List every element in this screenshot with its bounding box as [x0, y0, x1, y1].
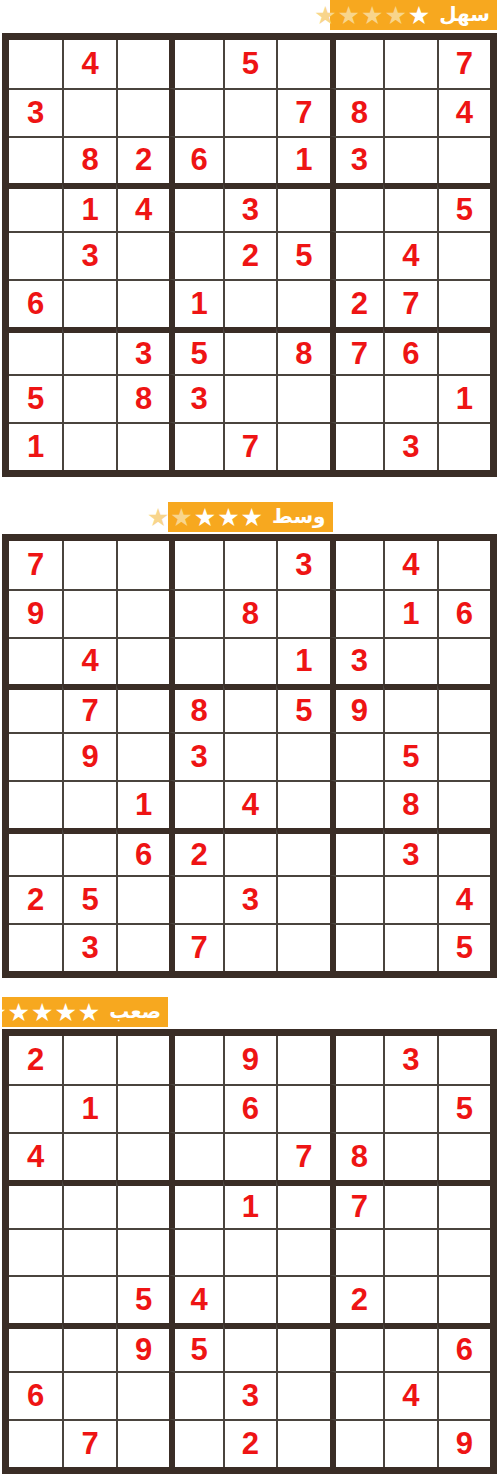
cell-r4c9[interactable]	[437, 1180, 490, 1228]
cell-r2c2[interactable]: 1	[62, 1084, 115, 1132]
cell-r1c4[interactable]	[169, 40, 222, 88]
cell-r4c9[interactable]: 5	[437, 183, 490, 231]
cell-r5c3[interactable]	[116, 1228, 169, 1276]
cell-r1c8[interactable]	[383, 40, 436, 88]
cell-r7c7[interactable]	[330, 828, 383, 876]
cell-r9c3[interactable]	[116, 923, 169, 971]
empty-star-icons: ★★	[147, 503, 194, 532]
cell-r8c6[interactable]	[276, 875, 329, 923]
cell-r8c9[interactable]	[437, 1371, 490, 1419]
cell-r5c4[interactable]	[169, 1228, 222, 1276]
cell-r6c1[interactable]: 6	[9, 279, 62, 327]
cell-r6c9[interactable]	[437, 279, 490, 327]
cell-r7c1[interactable]	[9, 828, 62, 876]
cell-r3c7[interactable]: 8	[330, 1132, 383, 1180]
cell-r8c8[interactable]	[383, 875, 436, 923]
sudoku-grid-hard: 29316547817542956634729	[2, 1029, 497, 1474]
cell-r7c7[interactable]: 7	[330, 327, 383, 375]
cell-r9c2[interactable]: 7	[62, 1419, 115, 1467]
difficulty-label-hard: صعب	[109, 1001, 161, 1024]
cell-r3c7[interactable]: 3	[330, 136, 383, 184]
cell-r8c3[interactable]: 8	[116, 374, 169, 422]
cell-r6c8[interactable]: 7	[383, 279, 436, 327]
cell-r5c8[interactable]: 4	[383, 231, 436, 279]
cell-r7c4[interactable]: 5	[169, 1323, 222, 1371]
cell-r2c1[interactable]: 3	[9, 88, 62, 136]
difficulty-stars: ★★★★★	[314, 3, 431, 28]
difficulty-label-easy: سهل	[439, 4, 490, 27]
cell-r4c6[interactable]	[276, 1180, 329, 1228]
cell-r4c3[interactable]	[116, 684, 169, 732]
cell-r7c2[interactable]	[62, 327, 115, 375]
cell-r2c1[interactable]: 9	[9, 589, 62, 637]
cell-r6c8[interactable]: 8	[383, 780, 436, 828]
cell-r2c3[interactable]	[116, 88, 169, 136]
cell-r9c9[interactable]: 9	[437, 1419, 490, 1467]
cell-r2c6[interactable]	[276, 589, 329, 637]
cell-r1c3[interactable]	[116, 541, 169, 589]
cell-r5c3[interactable]	[116, 231, 169, 279]
cell-r6c1[interactable]	[9, 1275, 62, 1323]
cell-r2c3[interactable]	[116, 589, 169, 637]
cell-r4c4[interactable]	[169, 183, 222, 231]
empty-star-icons: ★★★★	[314, 1, 408, 30]
cell-r8c4[interactable]	[169, 875, 222, 923]
cell-r5c6[interactable]	[276, 732, 329, 780]
cell-r2c4[interactable]	[169, 88, 222, 136]
cell-r6c2[interactable]	[62, 1275, 115, 1323]
cell-r3c5[interactable]	[223, 136, 276, 184]
cell-r8c3[interactable]	[116, 875, 169, 923]
cell-r6c9[interactable]	[437, 780, 490, 828]
cell-r1c4[interactable]	[169, 541, 222, 589]
cell-r1c5[interactable]	[223, 541, 276, 589]
cell-r7c3[interactable]: 9	[116, 1323, 169, 1371]
cell-r8c9[interactable]: 1	[437, 374, 490, 422]
cell-r8c5[interactable]: 3	[223, 1371, 276, 1419]
cell-r9c4[interactable]	[169, 422, 222, 470]
cell-r8c1[interactable]: 6	[9, 1371, 62, 1419]
cell-r9c3[interactable]	[116, 1419, 169, 1467]
cell-r3c1[interactable]	[9, 136, 62, 184]
cell-r4c7[interactable]: 7	[330, 1180, 383, 1228]
cell-r3c9[interactable]	[437, 1132, 490, 1180]
cell-r2c7[interactable]	[330, 1084, 383, 1132]
cell-r6c4[interactable]: 1	[169, 279, 222, 327]
cell-r4c2[interactable]: 1	[62, 183, 115, 231]
cell-r4c9[interactable]	[437, 684, 490, 732]
cell-r4c1[interactable]	[9, 183, 62, 231]
cell-r9c5[interactable]: 2	[223, 1419, 276, 1467]
cell-r2c8[interactable]: 1	[383, 589, 436, 637]
cell-r6c3[interactable]	[116, 279, 169, 327]
cell-r7c2[interactable]	[62, 828, 115, 876]
cell-r2c5[interactable]: 6	[223, 1084, 276, 1132]
cell-r6c7[interactable]: 2	[330, 1275, 383, 1323]
cell-r3c2[interactable]	[62, 1132, 115, 1180]
cell-r9c8[interactable]	[383, 1419, 436, 1467]
cell-r1c6[interactable]: 3	[276, 541, 329, 589]
cell-r2c7[interactable]: 8	[330, 88, 383, 136]
cell-r5c2[interactable]	[62, 1228, 115, 1276]
cell-r3c3[interactable]	[116, 1132, 169, 1180]
cell-r5c4[interactable]: 3	[169, 732, 222, 780]
cell-r4c5[interactable]	[223, 684, 276, 732]
cell-r1c2[interactable]	[62, 1036, 115, 1084]
cell-r8c6[interactable]	[276, 1371, 329, 1419]
cell-r9c3[interactable]	[116, 422, 169, 470]
cell-r5c2[interactable]: 9	[62, 732, 115, 780]
cell-r6c5[interactable]: 4	[223, 780, 276, 828]
cell-r4c3[interactable]: 4	[116, 183, 169, 231]
cell-r9c1[interactable]	[9, 1419, 62, 1467]
cell-r6c5[interactable]	[223, 1275, 276, 1323]
cell-r9c2[interactable]	[62, 422, 115, 470]
cell-r3c6[interactable]: 7	[276, 1132, 329, 1180]
difficulty-label-medium: وسط	[272, 506, 326, 529]
cell-r5c1[interactable]	[9, 732, 62, 780]
cell-r9c2[interactable]: 3	[62, 923, 115, 971]
cell-r3c2[interactable]: 8	[62, 136, 115, 184]
cell-r8c9[interactable]: 4	[437, 875, 490, 923]
cell-r1c9[interactable]: 7	[437, 40, 490, 88]
cell-r6c3[interactable]: 5	[116, 1275, 169, 1323]
cell-r4c1[interactable]	[9, 684, 62, 732]
cell-r5c9[interactable]	[437, 1228, 490, 1276]
cell-r7c9[interactable]	[437, 327, 490, 375]
cell-r7c3[interactable]: 6	[116, 828, 169, 876]
cell-r1c7[interactable]	[330, 1036, 383, 1084]
cell-r8c2[interactable]	[62, 374, 115, 422]
cell-r5c5[interactable]	[223, 1228, 276, 1276]
cell-r1c1[interactable]: 7	[9, 541, 62, 589]
difficulty-stars: ★★★★★	[147, 505, 264, 530]
cell-r6c4[interactable]	[169, 780, 222, 828]
cell-r5c1[interactable]	[9, 231, 62, 279]
filled-star-icons: ★★★	[194, 503, 264, 532]
cell-r7c6[interactable]	[276, 1323, 329, 1371]
cell-r4c4[interactable]	[169, 1180, 222, 1228]
cell-r6c6[interactable]	[276, 1275, 329, 1323]
cell-r4c2[interactable]: 7	[62, 684, 115, 732]
cell-r2c3[interactable]	[116, 1084, 169, 1132]
cell-r7c7[interactable]	[330, 1323, 383, 1371]
cell-r1c5[interactable]: 5	[223, 40, 276, 88]
cell-r4c4[interactable]: 8	[169, 684, 222, 732]
cell-r2c6[interactable]: 7	[276, 88, 329, 136]
cell-r2c7[interactable]	[330, 589, 383, 637]
cell-r2c5[interactable]: 8	[223, 589, 276, 637]
cell-r5c8[interactable]	[383, 1228, 436, 1276]
cell-r3c1[interactable]	[9, 637, 62, 685]
cell-r9c6[interactable]	[276, 422, 329, 470]
cell-r7c3[interactable]: 3	[116, 327, 169, 375]
cell-r9c8[interactable]	[383, 923, 436, 971]
cell-r2c4[interactable]	[169, 589, 222, 637]
sudoku-grid-medium: 734981641378599351486232534375	[2, 534, 497, 978]
cell-r1c2[interactable]: 4	[62, 40, 115, 88]
cell-r2c9[interactable]: 5	[437, 1084, 490, 1132]
cell-r9c5[interactable]	[223, 923, 276, 971]
cell-r3c3[interactable]: 2	[116, 136, 169, 184]
filled-star-icons: ★★★★★	[0, 998, 101, 1027]
cell-r4c7[interactable]: 9	[330, 684, 383, 732]
cell-r7c9[interactable]: 6	[437, 1323, 490, 1371]
cell-r7c2[interactable]	[62, 1323, 115, 1371]
cell-r3c6[interactable]: 1	[276, 637, 329, 685]
cell-r8c7[interactable]	[330, 1371, 383, 1419]
cell-r4c7[interactable]	[330, 183, 383, 231]
cell-r7c6[interactable]: 8	[276, 327, 329, 375]
cell-r1c8[interactable]: 4	[383, 541, 436, 589]
cell-r1c2[interactable]	[62, 541, 115, 589]
cell-r9c7[interactable]	[330, 422, 383, 470]
cell-r3c4[interactable]	[169, 637, 222, 685]
cell-r8c5[interactable]: 3	[223, 875, 276, 923]
cell-r8c2[interactable]: 5	[62, 875, 115, 923]
cell-r1c6[interactable]	[276, 40, 329, 88]
cell-r7c1[interactable]	[9, 327, 62, 375]
cell-r9c9[interactable]	[437, 422, 490, 470]
cell-r4c5[interactable]: 1	[223, 1180, 276, 1228]
cell-r3c1[interactable]: 4	[9, 1132, 62, 1180]
cell-r1c1[interactable]	[9, 40, 62, 88]
cell-r5c7[interactable]	[330, 231, 383, 279]
cell-r7c8[interactable]: 3	[383, 828, 436, 876]
cell-r3c5[interactable]	[223, 1132, 276, 1180]
cell-r4c1[interactable]	[9, 1180, 62, 1228]
cell-r1c3[interactable]	[116, 40, 169, 88]
cell-r3c8[interactable]	[383, 1132, 436, 1180]
cell-r5c8[interactable]: 5	[383, 732, 436, 780]
cell-r2c1[interactable]	[9, 1084, 62, 1132]
cell-r5c2[interactable]: 3	[62, 231, 115, 279]
cell-r8c1[interactable]: 2	[9, 875, 62, 923]
cell-r3c3[interactable]	[116, 637, 169, 685]
cell-r3c6[interactable]: 1	[276, 136, 329, 184]
cell-r8c8[interactable]	[383, 374, 436, 422]
cell-r5c4[interactable]	[169, 231, 222, 279]
cell-r1c7[interactable]	[330, 40, 383, 88]
cell-r2c2[interactable]	[62, 589, 115, 637]
cell-r7c9[interactable]	[437, 828, 490, 876]
cell-r7c6[interactable]	[276, 828, 329, 876]
cell-r9c4[interactable]	[169, 1419, 222, 1467]
cell-r3c4[interactable]: 6	[169, 136, 222, 184]
cell-r3c9[interactable]	[437, 136, 490, 184]
cell-r2c9[interactable]: 6	[437, 589, 490, 637]
cell-r9c7[interactable]	[330, 923, 383, 971]
cell-r4c2[interactable]	[62, 1180, 115, 1228]
cell-r1c3[interactable]	[116, 1036, 169, 1084]
cell-r8c8[interactable]: 4	[383, 1371, 436, 1419]
cell-r5c9[interactable]	[437, 231, 490, 279]
cell-r9c8[interactable]: 3	[383, 422, 436, 470]
cell-r8c5[interactable]	[223, 374, 276, 422]
cell-r2c9[interactable]: 4	[437, 88, 490, 136]
cell-r7c1[interactable]	[9, 1323, 62, 1371]
cell-r6c7[interactable]: 2	[330, 279, 383, 327]
cell-r1c9[interactable]	[437, 541, 490, 589]
cell-r8c3[interactable]	[116, 1371, 169, 1419]
cell-r9c5[interactable]: 7	[223, 422, 276, 470]
filled-star-icons: ★	[408, 1, 431, 30]
cell-r5c6[interactable]: 5	[276, 231, 329, 279]
cell-r4c6[interactable]: 5	[276, 684, 329, 732]
cell-r3c5[interactable]	[223, 637, 276, 685]
cell-r5c3[interactable]	[116, 732, 169, 780]
cell-r9c9[interactable]: 5	[437, 923, 490, 971]
cell-r1c7[interactable]	[330, 541, 383, 589]
cell-r2c8[interactable]	[383, 1084, 436, 1132]
cell-r4c3[interactable]	[116, 1180, 169, 1228]
cell-r8c7[interactable]	[330, 374, 383, 422]
cell-r5c9[interactable]	[437, 732, 490, 780]
cell-r1c6[interactable]	[276, 1036, 329, 1084]
cell-r6c6[interactable]	[276, 780, 329, 828]
cell-r9c1[interactable]: 1	[9, 422, 62, 470]
cell-r6c9[interactable]	[437, 1275, 490, 1323]
cell-r7c5[interactable]	[223, 828, 276, 876]
cell-r3c2[interactable]: 4	[62, 637, 115, 685]
cell-r1c1[interactable]: 2	[9, 1036, 62, 1084]
cell-r1c8[interactable]: 3	[383, 1036, 436, 1084]
cell-r6c4[interactable]: 4	[169, 1275, 222, 1323]
cell-r2c8[interactable]	[383, 88, 436, 136]
cell-r3c4[interactable]	[169, 1132, 222, 1180]
cell-r7c5[interactable]	[223, 1323, 276, 1371]
cell-r4c5[interactable]: 3	[223, 183, 276, 231]
difficulty-stars: ★★★★★	[0, 1000, 101, 1025]
cell-r5c5[interactable]: 2	[223, 231, 276, 279]
cell-r2c5[interactable]	[223, 88, 276, 136]
cell-r3c9[interactable]	[437, 637, 490, 685]
cell-r9c7[interactable]	[330, 1419, 383, 1467]
cell-r9c6[interactable]	[276, 1419, 329, 1467]
hard-banner: ★★★★★ صعب	[2, 997, 168, 1027]
cell-r9c4[interactable]: 7	[169, 923, 222, 971]
cell-r6c1[interactable]	[9, 780, 62, 828]
cell-r1c9[interactable]	[437, 1036, 490, 1084]
cell-r6c6[interactable]	[276, 279, 329, 327]
cell-r9c6[interactable]	[276, 923, 329, 971]
cell-r6c3[interactable]: 1	[116, 780, 169, 828]
cell-r1c4[interactable]	[169, 1036, 222, 1084]
cell-r3c8[interactable]	[383, 136, 436, 184]
cell-r8c4[interactable]	[169, 1371, 222, 1419]
cell-r5c7[interactable]	[330, 732, 383, 780]
cell-r6c5[interactable]	[223, 279, 276, 327]
cell-r5c6[interactable]	[276, 1228, 329, 1276]
cell-r2c6[interactable]	[276, 1084, 329, 1132]
sudoku-grid-easy: 457378482613143532546127358765831173	[2, 33, 497, 477]
cell-r5c5[interactable]	[223, 732, 276, 780]
cell-r3c7[interactable]: 3	[330, 637, 383, 685]
cell-r2c4[interactable]	[169, 1084, 222, 1132]
cell-r7c8[interactable]	[383, 1323, 436, 1371]
cell-r3c8[interactable]	[383, 637, 436, 685]
cell-r7c4[interactable]: 5	[169, 327, 222, 375]
cell-r6c7[interactable]	[330, 780, 383, 828]
cell-r7c8[interactable]: 6	[383, 327, 436, 375]
cell-r8c4[interactable]: 3	[169, 374, 222, 422]
cell-r1c5[interactable]: 9	[223, 1036, 276, 1084]
cell-r4c8[interactable]	[383, 1180, 436, 1228]
cell-r6c2[interactable]	[62, 279, 115, 327]
cell-r5c7[interactable]	[330, 1228, 383, 1276]
cell-r6c2[interactable]	[62, 780, 115, 828]
cell-r8c6[interactable]	[276, 374, 329, 422]
cell-r4c8[interactable]	[383, 684, 436, 732]
easy-banner: ★★★★★ سهل	[330, 0, 497, 30]
cell-r8c2[interactable]	[62, 1371, 115, 1419]
cell-r6c8[interactable]	[383, 1275, 436, 1323]
cell-r9c1[interactable]	[9, 923, 62, 971]
cell-r4c6[interactable]	[276, 183, 329, 231]
cell-r4c8[interactable]	[383, 183, 436, 231]
cell-r8c1[interactable]: 5	[9, 374, 62, 422]
cell-r5c1[interactable]	[9, 1228, 62, 1276]
cell-r7c5[interactable]	[223, 327, 276, 375]
cell-r2c2[interactable]	[62, 88, 115, 136]
cell-r8c7[interactable]	[330, 875, 383, 923]
medium-banner: ★★★★★ وسط	[168, 502, 333, 532]
cell-r7c4[interactable]: 2	[169, 828, 222, 876]
